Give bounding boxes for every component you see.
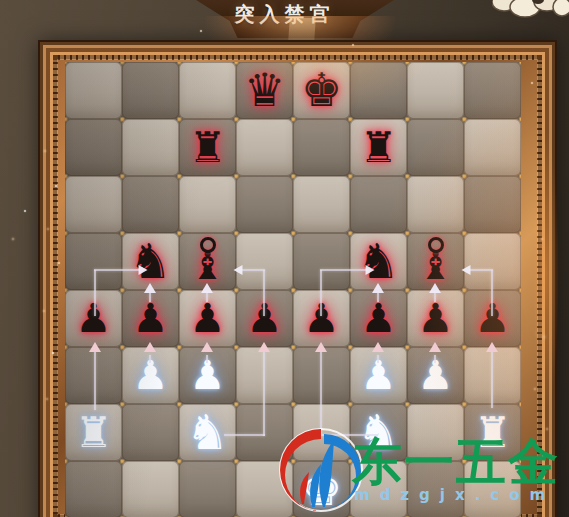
square-b2[interactable] <box>122 404 179 461</box>
square-h6[interactable] <box>464 176 521 233</box>
piece-black-bishop[interactable]: ♝ <box>407 233 464 290</box>
piece-black-pawn[interactable]: ♟ <box>464 290 521 347</box>
square-a7[interactable] <box>65 119 122 176</box>
piece-black-pawn[interactable]: ♟ <box>293 290 350 347</box>
piece-black-pawn[interactable]: ♟ <box>179 290 236 347</box>
square-h8[interactable] <box>464 62 521 119</box>
square-e5[interactable] <box>293 233 350 290</box>
square-c3[interactable]: ♟ <box>179 347 236 404</box>
square-a3[interactable] <box>65 347 122 404</box>
square-b6[interactable] <box>122 176 179 233</box>
square-b7[interactable] <box>122 119 179 176</box>
square-d5[interactable] <box>236 233 293 290</box>
piece-white-king[interactable]: ♚ <box>293 461 350 517</box>
square-d1[interactable] <box>236 461 293 517</box>
square-f8[interactable] <box>350 62 407 119</box>
square-b1[interactable] <box>122 461 179 517</box>
square-g5[interactable]: ♝ <box>407 233 464 290</box>
piece-black-rook[interactable]: ♜ <box>350 119 407 176</box>
halo-ring <box>428 237 444 253</box>
square-c5[interactable]: ♝ <box>179 233 236 290</box>
piece-white-pawn[interactable]: ♟ <box>122 347 179 404</box>
piece-white-knight[interactable]: ♞ <box>350 404 407 461</box>
piece-white-knight[interactable]: ♞ <box>179 404 236 461</box>
corner-art <box>492 0 569 28</box>
square-c7[interactable]: ♜ <box>179 119 236 176</box>
square-a2[interactable]: ♜ <box>65 404 122 461</box>
square-b5[interactable]: ♞ <box>122 233 179 290</box>
square-h7[interactable] <box>464 119 521 176</box>
square-e8[interactable]: ♚ <box>293 62 350 119</box>
square-h2[interactable]: ♜ <box>464 404 521 461</box>
square-h4[interactable]: ♟ <box>464 290 521 347</box>
piece-black-queen[interactable]: ♛ <box>236 62 293 119</box>
square-d2[interactable] <box>236 404 293 461</box>
square-g2[interactable] <box>407 404 464 461</box>
square-e3[interactable] <box>293 347 350 404</box>
square-a5[interactable] <box>65 233 122 290</box>
game-screen: 突入禁宫 ♛♚♜♜♞♝♞♝♟♟♟♟♟♟♟♟♟♟♟♟♜♞♞♜♚ 东一五金 mdzg… <box>0 0 569 517</box>
square-d4[interactable]: ♟ <box>236 290 293 347</box>
square-g4[interactable]: ♟ <box>407 290 464 347</box>
square-d3[interactable] <box>236 347 293 404</box>
piece-black-pawn[interactable]: ♟ <box>122 290 179 347</box>
frame-molding-top <box>58 55 537 60</box>
square-a8[interactable] <box>65 62 122 119</box>
square-f7[interactable]: ♜ <box>350 119 407 176</box>
square-h1[interactable] <box>464 461 521 517</box>
square-c2[interactable]: ♞ <box>179 404 236 461</box>
square-a6[interactable] <box>65 176 122 233</box>
square-b3[interactable]: ♟ <box>122 347 179 404</box>
piece-black-pawn[interactable]: ♟ <box>65 290 122 347</box>
square-c1[interactable] <box>179 461 236 517</box>
square-e7[interactable] <box>293 119 350 176</box>
square-e2[interactable] <box>293 404 350 461</box>
square-f6[interactable] <box>350 176 407 233</box>
square-g6[interactable] <box>407 176 464 233</box>
frame-glow <box>533 130 559 414</box>
level-title: 突入禁宫 <box>0 1 569 28</box>
square-b4[interactable]: ♟ <box>122 290 179 347</box>
square-e1[interactable]: ♚ <box>293 461 350 517</box>
piece-white-pawn[interactable]: ♟ <box>407 347 464 404</box>
square-g3[interactable]: ♟ <box>407 347 464 404</box>
square-d6[interactable] <box>236 176 293 233</box>
halo-ring <box>200 237 216 253</box>
piece-white-pawn[interactable]: ♟ <box>179 347 236 404</box>
square-h5[interactable] <box>464 233 521 290</box>
square-c8[interactable] <box>179 62 236 119</box>
square-f2[interactable]: ♞ <box>350 404 407 461</box>
piece-white-pawn[interactable]: ♟ <box>350 347 407 404</box>
square-f5[interactable]: ♞ <box>350 233 407 290</box>
piece-black-king[interactable]: ♚ <box>293 62 350 119</box>
square-c4[interactable]: ♟ <box>179 290 236 347</box>
piece-black-knight[interactable]: ♞ <box>350 233 407 290</box>
piece-black-bishop[interactable]: ♝ <box>179 233 236 290</box>
piece-black-pawn[interactable]: ♟ <box>350 290 407 347</box>
piece-black-knight[interactable]: ♞ <box>122 233 179 290</box>
square-e4[interactable]: ♟ <box>293 290 350 347</box>
square-g1[interactable] <box>407 461 464 517</box>
piece-white-rook[interactable]: ♜ <box>65 404 122 461</box>
square-g7[interactable] <box>407 119 464 176</box>
square-a1[interactable] <box>65 461 122 517</box>
square-h3[interactable] <box>464 347 521 404</box>
square-c6[interactable] <box>179 176 236 233</box>
square-g8[interactable] <box>407 62 464 119</box>
square-d8[interactable]: ♛ <box>236 62 293 119</box>
square-f3[interactable]: ♟ <box>350 347 407 404</box>
piece-black-pawn[interactable]: ♟ <box>236 290 293 347</box>
square-f1[interactable] <box>350 461 407 517</box>
square-f4[interactable]: ♟ <box>350 290 407 347</box>
square-b8[interactable] <box>122 62 179 119</box>
frame-molding-right <box>537 60 542 514</box>
board: ♛♚♜♜♞♝♞♝♟♟♟♟♟♟♟♟♟♟♟♟♜♞♞♜♚ <box>65 62 521 517</box>
square-e6[interactable] <box>293 176 350 233</box>
frame-molding-left <box>53 60 58 514</box>
piece-white-rook[interactable]: ♜ <box>464 404 521 461</box>
square-a4[interactable]: ♟ <box>65 290 122 347</box>
piece-black-rook[interactable]: ♜ <box>179 119 236 176</box>
square-d7[interactable] <box>236 119 293 176</box>
piece-black-pawn[interactable]: ♟ <box>407 290 464 347</box>
